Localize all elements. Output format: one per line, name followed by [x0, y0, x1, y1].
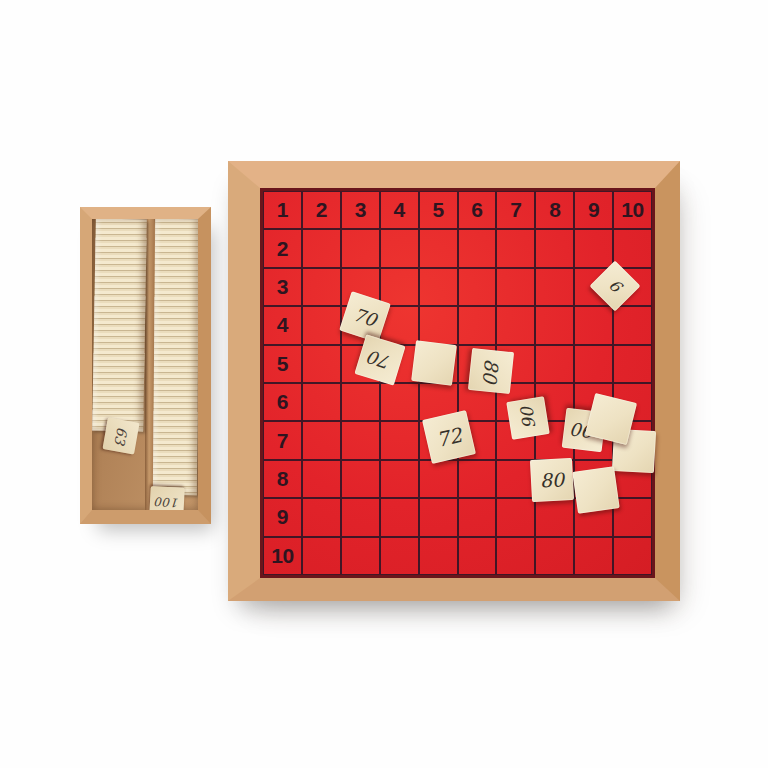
header-label: 9: [588, 198, 599, 222]
grid-cell[interactable]: [419, 268, 458, 306]
header-label: 7: [277, 429, 288, 453]
number-tile-90[interactable]: 90: [506, 396, 549, 439]
header-cell-4[interactable]: 4: [380, 191, 419, 229]
grid-cell[interactable]: [613, 537, 652, 575]
grid-cell[interactable]: [613, 229, 652, 267]
header-label: 2: [277, 237, 288, 261]
grid-cell[interactable]: [419, 537, 458, 575]
header-label: 6: [471, 198, 482, 222]
grid-cell[interactable]: [380, 498, 419, 536]
grid-cell[interactable]: [302, 383, 341, 421]
grid-cell[interactable]: [496, 306, 535, 344]
header-label: 4: [394, 198, 405, 222]
grid-cell[interactable]: [341, 537, 380, 575]
grid-cell[interactable]: [574, 345, 613, 383]
box-right-tile-stack[interactable]: [153, 219, 199, 495]
number-tile-80[interactable]: 80: [468, 348, 514, 394]
header-cell-9[interactable]: 9: [574, 191, 613, 229]
number-tile-63[interactable]: 63: [102, 417, 139, 454]
grid-cell[interactable]: [302, 421, 341, 459]
grid-cell[interactable]: [302, 229, 341, 267]
grid-cell[interactable]: [613, 306, 652, 344]
grid-cell[interactable]: [458, 229, 497, 267]
header-label: 3: [355, 198, 366, 222]
header-label: 5: [277, 352, 288, 376]
grid-cell[interactable]: [535, 537, 574, 575]
scene: 63 100 123456789102345678910 67070807290…: [0, 0, 768, 768]
grid-cell[interactable]: [380, 421, 419, 459]
grid-cell[interactable]: [535, 498, 574, 536]
header-label: 8: [277, 467, 288, 491]
header-cell-8[interactable]: 8: [535, 191, 574, 229]
box-left-tile-stack[interactable]: [92, 219, 147, 432]
blank-number-tile[interactable]: [572, 466, 619, 513]
header-cell-4[interactable]: 4: [263, 306, 302, 344]
grid-cell[interactable]: [341, 460, 380, 498]
tile-label: 100: [154, 495, 179, 508]
grid-cell[interactable]: [419, 306, 458, 344]
box-interior: 63 100: [92, 219, 198, 510]
grid-cell[interactable]: [302, 345, 341, 383]
grid-cell[interactable]: [302, 306, 341, 344]
grid-cell[interactable]: [380, 460, 419, 498]
header-label: 7: [510, 198, 521, 222]
header-cell-3[interactable]: 3: [263, 268, 302, 306]
header-label: 4: [277, 313, 288, 337]
grid-cell[interactable]: [496, 498, 535, 536]
grid-cell[interactable]: [341, 498, 380, 536]
grid-cell[interactable]: [341, 421, 380, 459]
grid-cell[interactable]: [419, 498, 458, 536]
header-cell-7[interactable]: 7: [496, 191, 535, 229]
blank-number-tile[interactable]: [411, 340, 457, 386]
grid-cell[interactable]: [535, 345, 574, 383]
grid-cell[interactable]: [574, 306, 613, 344]
grid-cell[interactable]: [574, 229, 613, 267]
header-label: 2: [316, 198, 327, 222]
header-cell-6[interactable]: 6: [458, 191, 497, 229]
header-cell-10[interactable]: 10: [263, 537, 302, 575]
grid-cell[interactable]: [574, 537, 613, 575]
header-cell-8[interactable]: 8: [263, 460, 302, 498]
grid-cell[interactable]: [535, 268, 574, 306]
header-cell-2[interactable]: 2: [302, 191, 341, 229]
header-cell-5[interactable]: 5: [263, 345, 302, 383]
header-label: 6: [277, 390, 288, 414]
grid-cell[interactable]: [341, 383, 380, 421]
tile-storage-box[interactable]: 63 100: [80, 207, 211, 524]
grid-cell[interactable]: [496, 537, 535, 575]
header-cell-2[interactable]: 2: [263, 229, 302, 267]
grid-cell[interactable]: [535, 229, 574, 267]
grid-cell[interactable]: [302, 498, 341, 536]
grid-cell[interactable]: [380, 268, 419, 306]
header-label: 1: [277, 198, 288, 222]
grid-cell[interactable]: [380, 537, 419, 575]
grid-cell[interactable]: [341, 229, 380, 267]
header-cell-9[interactable]: 9: [263, 498, 302, 536]
header-cell-1[interactable]: 1: [263, 191, 302, 229]
grid-cell[interactable]: [458, 498, 497, 536]
grid-cell[interactable]: [458, 460, 497, 498]
header-label: 10: [271, 544, 293, 568]
header-label: 9: [277, 505, 288, 529]
grid-cell[interactable]: [302, 537, 341, 575]
grid-cell[interactable]: [613, 345, 652, 383]
grid-cell[interactable]: [380, 229, 419, 267]
header-cell-10[interactable]: 10: [613, 191, 652, 229]
number-tile-80[interactable]: 80: [530, 458, 574, 502]
board-frame: 123456789102345678910: [228, 161, 680, 601]
grid-cell[interactable]: [496, 229, 535, 267]
tile-label: 63: [113, 426, 130, 446]
grid-cell[interactable]: [419, 460, 458, 498]
grid-cell[interactable]: [419, 229, 458, 267]
grid-cell[interactable]: [458, 537, 497, 575]
grid-cell[interactable]: [496, 268, 535, 306]
grid-cell[interactable]: [380, 383, 419, 421]
grid-cell[interactable]: [302, 268, 341, 306]
header-label: 8: [549, 198, 560, 222]
number-tile-100[interactable]: 100: [149, 486, 185, 518]
header-cell-5[interactable]: 5: [419, 191, 458, 229]
grid-cell[interactable]: [302, 460, 341, 498]
grid-cell[interactable]: [458, 306, 497, 344]
grid-cell[interactable]: [535, 306, 574, 344]
board-grid: 123456789102345678910: [260, 188, 655, 578]
header-cell-3[interactable]: 3: [341, 191, 380, 229]
header-cell-6[interactable]: 6: [263, 383, 302, 421]
header-cell-7[interactable]: 7: [263, 421, 302, 459]
header-label: 3: [277, 275, 288, 299]
header-label: 10: [621, 198, 643, 222]
header-label: 5: [432, 198, 443, 222]
grid-cell[interactable]: [458, 268, 497, 306]
